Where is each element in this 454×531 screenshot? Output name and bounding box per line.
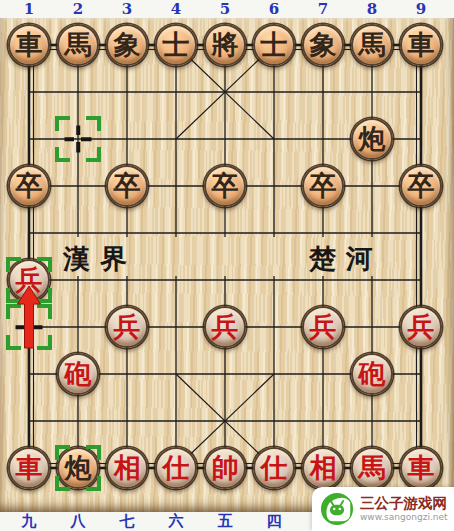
file-label-top: 5 bbox=[201, 0, 250, 18]
file-label-top: 1 bbox=[5, 0, 54, 18]
watermark-text: 三公子游戏网 www.sangongzi.net bbox=[360, 495, 448, 522]
watermark-url: www.sangongzi.net bbox=[360, 512, 448, 522]
file-label-bottom: 九 bbox=[5, 512, 54, 531]
top-coordinate-strip: 123456789 bbox=[0, 0, 454, 18]
xiangqi-app: 123456789 漢界 楚河 車馬象士將士象馬車炮卒卒卒卒卒兵兵兵兵兵砲砲車炮… bbox=[0, 0, 454, 531]
file-label-top: 3 bbox=[103, 0, 152, 18]
file-label-top: 6 bbox=[250, 0, 299, 18]
file-label-top: 7 bbox=[299, 0, 348, 18]
move-arrow-icon bbox=[0, 18, 454, 512]
xiangqi-board[interactable]: 漢界 楚河 車馬象士將士象馬車炮卒卒卒卒卒兵兵兵兵兵砲砲車炮相仕帥仕相馬車 bbox=[0, 18, 454, 512]
file-label-bottom: 四 bbox=[250, 512, 299, 531]
android-robot-icon bbox=[320, 492, 354, 526]
top-file-labels: 123456789 bbox=[5, 0, 454, 18]
watermark-site-name: 三公子游戏网 bbox=[360, 495, 448, 512]
file-label-top: 4 bbox=[152, 0, 201, 18]
file-label-bottom: 七 bbox=[103, 512, 152, 531]
file-label-top: 2 bbox=[54, 0, 103, 18]
file-label-bottom: 八 bbox=[54, 512, 103, 531]
watermark: 三公子游戏网 www.sangongzi.net bbox=[312, 487, 454, 531]
file-label-top: 8 bbox=[348, 0, 397, 18]
file-label-top: 9 bbox=[397, 0, 446, 18]
file-label-bottom: 六 bbox=[152, 512, 201, 531]
file-label-bottom: 五 bbox=[201, 512, 250, 531]
